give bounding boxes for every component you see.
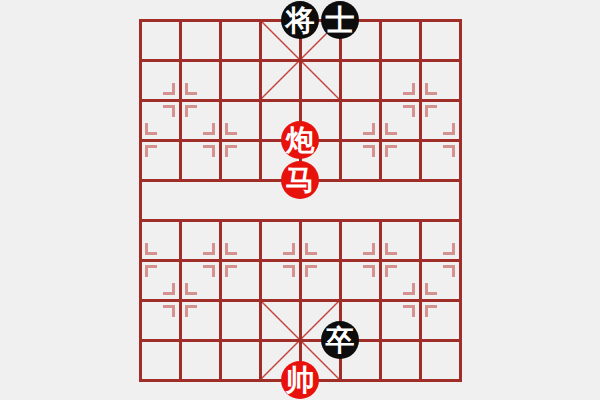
point-marker <box>145 265 157 277</box>
point-marker <box>145 145 157 157</box>
point-marker <box>425 105 437 117</box>
grid-line-file-1-top <box>179 19 182 182</box>
point-marker <box>163 305 175 317</box>
piece-black-advisor[interactable]: 士 <box>321 1 359 39</box>
point-marker <box>225 145 237 157</box>
point-marker <box>145 243 157 255</box>
grid-line-file-8 <box>459 19 462 382</box>
point-marker <box>203 145 215 157</box>
point-marker <box>425 83 437 95</box>
grid-line-file-6-top <box>379 19 382 182</box>
point-marker <box>305 265 317 277</box>
grid-line-file-6-bottom <box>379 219 382 382</box>
grid-line-file-7-top <box>419 19 422 182</box>
point-marker <box>185 283 197 295</box>
piece-red-horse[interactable]: 马 <box>281 161 319 199</box>
piece-black-soldier[interactable]: 卒 <box>321 321 359 359</box>
point-marker <box>443 243 455 255</box>
point-marker <box>203 123 215 135</box>
point-marker <box>185 105 197 117</box>
grid-line-file-4-bottom <box>299 219 302 382</box>
point-marker <box>425 283 437 295</box>
point-marker <box>385 145 397 157</box>
point-marker <box>385 123 397 135</box>
point-marker <box>443 123 455 135</box>
point-marker <box>363 243 375 255</box>
point-marker <box>163 105 175 117</box>
point-marker <box>163 283 175 295</box>
point-marker <box>203 265 215 277</box>
point-marker <box>443 265 455 277</box>
point-marker <box>403 305 415 317</box>
point-marker <box>385 265 397 277</box>
grid-line-file-0 <box>139 19 142 382</box>
point-marker <box>363 265 375 277</box>
piece-black-general[interactable]: 将 <box>281 1 319 39</box>
point-marker <box>185 83 197 95</box>
grid-line-file-1-bottom <box>179 219 182 382</box>
point-marker <box>163 83 175 95</box>
point-marker <box>403 83 415 95</box>
point-marker <box>403 283 415 295</box>
point-marker <box>443 145 455 157</box>
point-marker <box>385 243 397 255</box>
point-marker <box>425 305 437 317</box>
xiangqi-board: 将士炮马卒帅 <box>140 20 460 380</box>
point-marker <box>283 265 295 277</box>
point-marker <box>225 243 237 255</box>
point-marker <box>305 243 317 255</box>
point-marker <box>203 243 215 255</box>
point-marker <box>283 243 295 255</box>
piece-red-cannon[interactable]: 炮 <box>281 121 319 159</box>
point-marker <box>145 123 157 135</box>
grid-line-file-3-top <box>259 19 262 182</box>
grid-line-file-2-bottom <box>219 219 222 382</box>
point-marker <box>363 123 375 135</box>
point-marker <box>185 305 197 317</box>
grid-line-file-7-bottom <box>419 219 422 382</box>
point-marker <box>363 145 375 157</box>
point-marker <box>225 265 237 277</box>
grid-line-file-5-top <box>339 19 342 182</box>
point-marker <box>403 105 415 117</box>
grid-line-file-3-bottom <box>259 219 262 382</box>
piece-red-general[interactable]: 帅 <box>281 361 319 399</box>
xiangqi-app-canvas: 将士炮马卒帅 <box>0 0 600 400</box>
grid-line-file-2-top <box>219 19 222 182</box>
point-marker <box>225 123 237 135</box>
